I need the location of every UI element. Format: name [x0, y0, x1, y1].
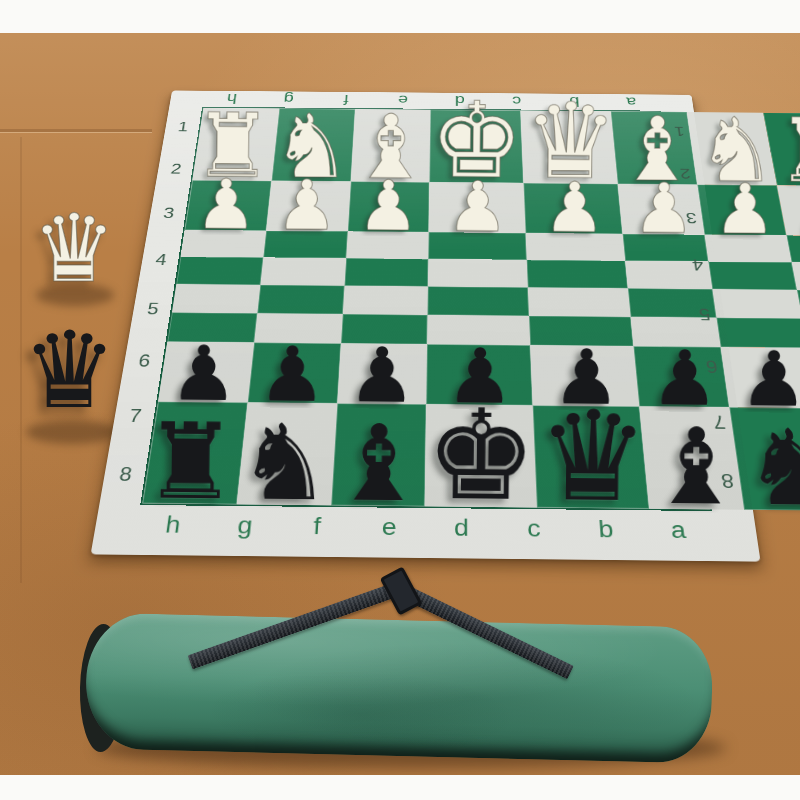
white-pawn: ♟: [357, 171, 420, 241]
square-h2: ♟: [185, 180, 272, 231]
file-label: a: [641, 512, 717, 549]
board-mat-wrap: ♜♞♝♚♛♝♞♜♟♟♟♟♟♟♟♟♟♟♟♟♟♟♟♟♜♞♝♚♛♝♞♜ 1234567…: [91, 91, 761, 562]
square-e3: [429, 232, 527, 260]
square-g7: ♟: [248, 343, 341, 404]
square-h5: [172, 284, 260, 313]
square-e5: [428, 286, 529, 315]
file-label: g: [259, 91, 317, 106]
square-e4: [428, 259, 528, 287]
square-b5: [712, 289, 800, 318]
file-label: h: [202, 91, 261, 106]
photo-border-top: [0, 0, 800, 33]
white-spare-queen: ♛: [32, 202, 116, 296]
square-e2: ♟: [429, 182, 526, 233]
file-label: f: [280, 508, 354, 545]
square-d8: ♛: [533, 405, 649, 508]
rank-label: 4: [142, 236, 181, 284]
rank-label: 3: [150, 191, 187, 237]
black-rook: ♜: [143, 409, 238, 515]
square-f8: ♝: [331, 403, 427, 506]
square-f2: ♟: [348, 182, 430, 233]
file-label: d: [425, 510, 498, 547]
square-g5: [257, 285, 344, 314]
square-b3: [704, 235, 791, 263]
square-f7: ♟: [337, 343, 427, 404]
square-g3: [263, 231, 347, 258]
file-label: a: [602, 94, 661, 110]
black-bishop: ♝: [331, 411, 426, 517]
square-f5: [343, 286, 429, 315]
square-d4: [527, 260, 628, 289]
board-grid: ♜♞♝♚♛♝♞♜♟♟♟♟♟♟♟♟♟♟♟♟♟♟♟♟♜♞♝♚♛♝♞♜: [140, 107, 712, 511]
cardboard-crease: [0, 129, 152, 132]
file-label: e: [374, 92, 431, 107]
carry-bag: [84, 612, 713, 763]
rank-label: 2: [158, 148, 194, 191]
file-label: g: [207, 507, 283, 544]
file-label: c: [497, 510, 571, 547]
photo-border-bottom: [0, 775, 800, 800]
file-label: d: [431, 93, 488, 108]
square-d3: [526, 233, 625, 261]
white-pawn: ♟: [195, 170, 257, 240]
black-knight: ♞: [237, 410, 332, 516]
black-king: ♚: [425, 393, 538, 519]
file-label: b: [569, 511, 644, 548]
square-d5: [528, 287, 631, 316]
square-h4: [176, 257, 263, 285]
white-pawn: ♟: [543, 173, 606, 243]
black-knight: ♞: [743, 415, 800, 521]
white-pawn: ♟: [446, 172, 509, 242]
square-f4: [344, 258, 428, 286]
chess-board-mat: ♜♞♝♚♛♝♞♜♟♟♟♟♟♟♟♟♟♟♟♟♟♟♟♟♜♞♝♚♛♝♞♜ 1234567…: [91, 91, 761, 562]
square-b2: ♟: [697, 185, 786, 236]
rank-label: 1: [662, 111, 696, 152]
square-e8: ♚: [425, 404, 537, 507]
rank-label: 2: [668, 152, 703, 196]
file-label: h: [134, 507, 211, 544]
black-spare-queen: ♛: [22, 318, 117, 424]
square-h3: [181, 230, 267, 257]
square-g4: [260, 257, 346, 285]
file-label: f: [317, 92, 375, 107]
file-label: e: [352, 509, 425, 546]
square-h7: ♟: [158, 342, 254, 403]
square-g8: ♞: [237, 403, 337, 506]
square-g2: ♟: [266, 181, 351, 232]
square-b4: [708, 261, 796, 289]
square-f3: [346, 231, 429, 258]
product-photo: ♜♞♝♚♛♝♞♜♟♟♟♟♟♟♟♟♟♟♟♟♟♟♟♟♜♞♝♚♛♝♞♜ 1234567…: [0, 0, 800, 800]
file-labels-bottom: hgfedcba: [134, 507, 716, 549]
white-pawn: ♟: [276, 171, 339, 241]
white-pawn: ♟: [714, 175, 777, 245]
file-label: b: [545, 94, 603, 109]
black-queen: ♛: [537, 394, 650, 520]
square-h8: ♜: [142, 402, 247, 505]
square-d2: ♟: [524, 183, 623, 234]
file-label: c: [488, 93, 546, 108]
